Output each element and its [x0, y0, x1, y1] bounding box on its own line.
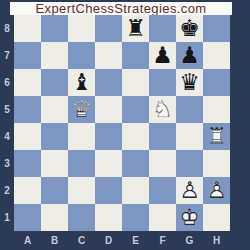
square-e6 [122, 69, 149, 96]
square-a2 [14, 177, 41, 204]
square-g4 [176, 123, 203, 150]
square-d5 [95, 96, 122, 123]
square-a7 [14, 42, 41, 69]
square-e2 [122, 177, 149, 204]
square-e7 [122, 42, 149, 69]
white-knight-fill: ♞ [149, 96, 176, 123]
square-a4 [14, 123, 41, 150]
square-f7: ♟ [149, 42, 176, 69]
square-g6: ♛ [176, 69, 203, 96]
white-pawn: ♙ [203, 177, 230, 204]
square-c2 [68, 177, 95, 204]
square-b7 [41, 42, 68, 69]
rank-labels: 87654321 [0, 15, 14, 231]
rank-label-7: 7 [0, 42, 14, 69]
square-a6 [14, 69, 41, 96]
file-label-a: A [14, 232, 41, 248]
square-b8 [41, 15, 68, 42]
black-rook: ♜ [122, 15, 149, 42]
square-f5: ♞♘ [149, 96, 176, 123]
square-f2 [149, 177, 176, 204]
square-h1 [203, 204, 230, 231]
file-label-h: H [203, 232, 230, 248]
white-pawn-fill: ♟ [176, 177, 203, 204]
rank-label-3: 3 [0, 150, 14, 177]
square-c8 [68, 15, 95, 42]
black-bishop: ♝ [68, 69, 95, 96]
square-g1: ♚♔ [176, 204, 203, 231]
rank-label-8: 8 [0, 15, 14, 42]
white-pawn: ♙ [176, 177, 203, 204]
square-c3 [68, 150, 95, 177]
white-rook: ♖ [203, 123, 230, 150]
file-label-d: D [95, 232, 122, 248]
square-h2: ♟♙ [203, 177, 230, 204]
square-e4 [122, 123, 149, 150]
white-knight: ♘ [149, 96, 176, 123]
rank-label-4: 4 [0, 123, 14, 150]
square-b2 [41, 177, 68, 204]
black-queen: ♛ [176, 69, 203, 96]
chess-diagram: ExpertChessStrategies.com 87654321 ♜♚♟♟♝… [0, 0, 250, 250]
file-label-e: E [122, 232, 149, 248]
square-d6 [95, 69, 122, 96]
square-g7: ♟ [176, 42, 203, 69]
white-pawn-fill: ♟ [203, 177, 230, 204]
square-e8: ♜ [122, 15, 149, 42]
black-pawn: ♟ [176, 42, 203, 69]
white-king-fill: ♚ [176, 204, 203, 231]
square-c4 [68, 123, 95, 150]
square-b1 [41, 204, 68, 231]
square-d1 [95, 204, 122, 231]
square-d3 [95, 150, 122, 177]
square-a1 [14, 204, 41, 231]
square-g5 [176, 96, 203, 123]
rank-label-5: 5 [0, 96, 14, 123]
square-f3 [149, 150, 176, 177]
white-rook-fill: ♜ [203, 123, 230, 150]
file-label-c: C [68, 232, 95, 248]
file-label-f: F [149, 232, 176, 248]
square-a3 [14, 150, 41, 177]
square-d8 [95, 15, 122, 42]
file-labels: ABCDEFGH [14, 232, 230, 248]
square-f8 [149, 15, 176, 42]
square-c6: ♝ [68, 69, 95, 96]
square-g8: ♚ [176, 15, 203, 42]
square-h7 [203, 42, 230, 69]
square-e5 [122, 96, 149, 123]
square-e1 [122, 204, 149, 231]
black-king: ♚ [176, 15, 203, 42]
square-c7 [68, 42, 95, 69]
black-pawn: ♟ [149, 42, 176, 69]
white-queen: ♕ [68, 96, 95, 123]
rank-label-6: 6 [0, 69, 14, 96]
square-f6 [149, 69, 176, 96]
square-h4: ♜♖ [203, 123, 230, 150]
square-d4 [95, 123, 122, 150]
rank-label-1: 1 [0, 204, 14, 231]
square-g2: ♟♙ [176, 177, 203, 204]
file-label-b: B [41, 232, 68, 248]
square-h3 [203, 150, 230, 177]
file-label-g: G [176, 232, 203, 248]
square-b6 [41, 69, 68, 96]
white-king: ♔ [176, 204, 203, 231]
square-f4 [149, 123, 176, 150]
chess-board: ♜♚♟♟♝♛♛♕♞♘♜♖♟♙♟♙♚♔ [14, 15, 230, 231]
site-title: ExpertChessStrategies.com [10, 2, 232, 15]
square-c1 [68, 204, 95, 231]
square-e3 [122, 150, 149, 177]
square-f1 [149, 204, 176, 231]
square-b5 [41, 96, 68, 123]
square-b4 [41, 123, 68, 150]
square-g3 [176, 150, 203, 177]
square-a5 [14, 96, 41, 123]
rank-label-2: 2 [0, 177, 14, 204]
square-d7 [95, 42, 122, 69]
square-b3 [41, 150, 68, 177]
square-c5: ♛♕ [68, 96, 95, 123]
square-a8 [14, 15, 41, 42]
white-queen-fill: ♛ [68, 96, 95, 123]
square-h6 [203, 69, 230, 96]
square-d2 [95, 177, 122, 204]
square-h5 [203, 96, 230, 123]
square-h8 [203, 15, 230, 42]
